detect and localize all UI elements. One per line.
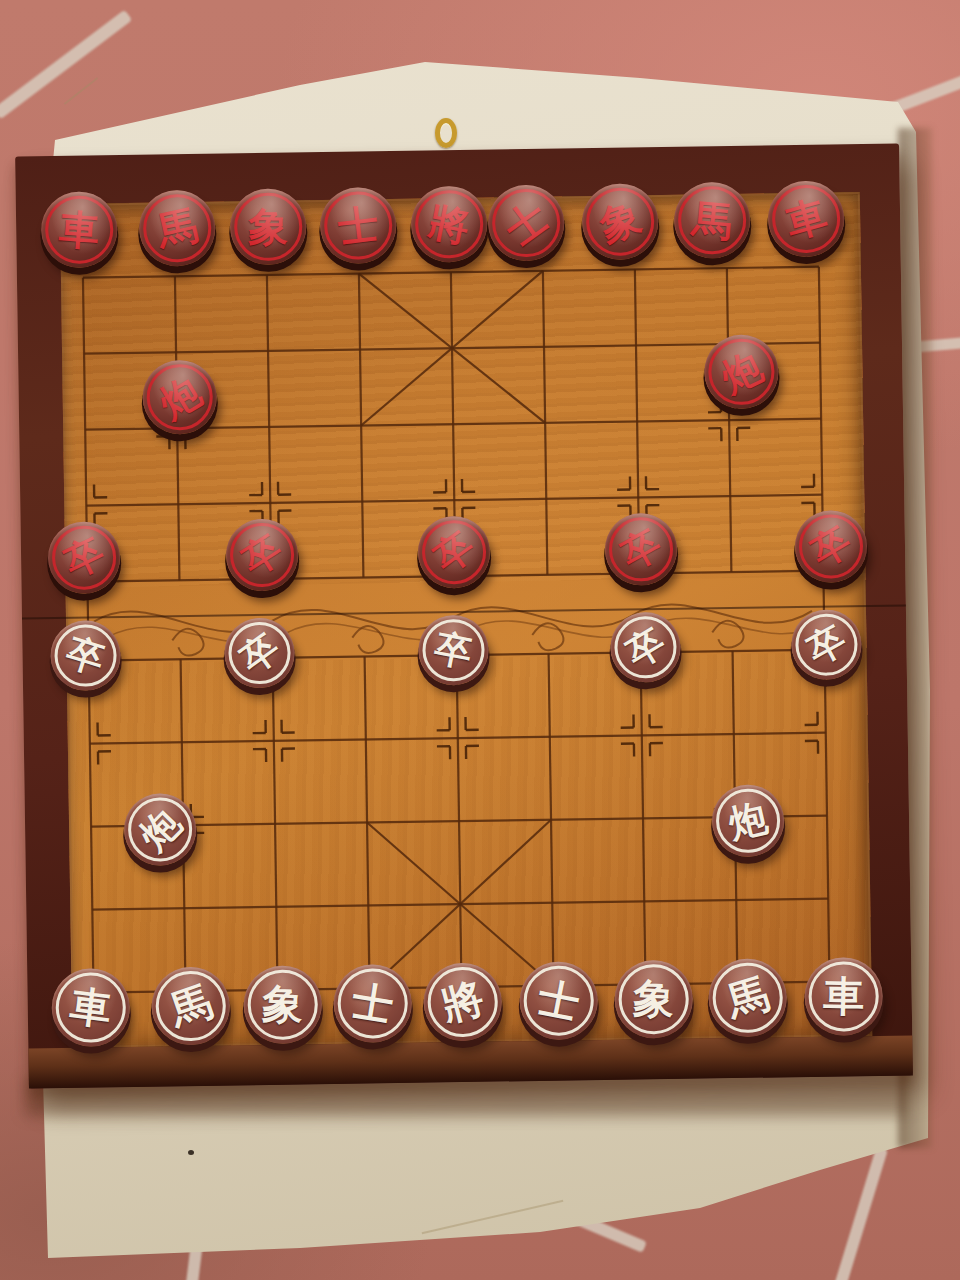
piece-red-elephant[interactable]: 象 [230, 188, 307, 265]
piece-white-chariot[interactable]: 車 [804, 957, 883, 1036]
xiangqi-board-frame: 車馬象士將士象馬車炮炮卒卒卒卒卒卒卒卒卒卒炮炮車馬象士將士象馬車 [15, 143, 913, 1088]
hanging-ring [435, 118, 457, 148]
piece-white-general[interactable]: 將 [423, 962, 502, 1041]
piece-red-cannon[interactable]: 炮 [704, 334, 779, 409]
piece-red-advisor[interactable]: 士 [488, 184, 565, 261]
photo-scene: { "game": "xiangqi (Chinese chess)", "po… [0, 0, 960, 1280]
piece-red-cannon[interactable]: 炮 [142, 360, 217, 435]
piece-white-soldier[interactable]: 卒 [418, 615, 489, 686]
piece-red-soldier[interactable]: 卒 [418, 516, 491, 589]
piece-white-advisor[interactable]: 士 [519, 961, 598, 1040]
paper-speck [188, 1150, 194, 1155]
piece-white-horse[interactable]: 馬 [708, 958, 787, 1037]
piece-white-horse[interactable]: 馬 [151, 967, 230, 1046]
piece-white-advisor[interactable]: 士 [333, 964, 412, 1043]
piece-white-soldier[interactable]: 卒 [224, 618, 295, 689]
piece-red-soldier[interactable]: 卒 [48, 521, 121, 594]
piece-red-soldier[interactable]: 卒 [794, 510, 867, 583]
paper-sheet-edge [64, 77, 98, 104]
piece-red-general[interactable]: 將 [411, 186, 488, 263]
piece-white-elephant[interactable]: 象 [614, 960, 693, 1039]
piece-white-soldier[interactable]: 卒 [791, 609, 862, 680]
piece-white-soldier[interactable]: 卒 [610, 612, 681, 683]
piece-red-advisor[interactable]: 士 [320, 187, 397, 264]
piece-red-elephant[interactable]: 象 [582, 183, 659, 260]
grout-line [834, 1146, 888, 1280]
piece-white-chariot[interactable]: 車 [51, 968, 130, 1047]
piece-red-horse[interactable]: 馬 [139, 190, 216, 267]
piece-red-chariot[interactable]: 車 [768, 180, 845, 257]
piece-red-chariot[interactable]: 車 [41, 191, 118, 268]
piece-white-elephant[interactable]: 象 [243, 965, 322, 1044]
piece-red-horse[interactable]: 馬 [674, 182, 751, 259]
piece-white-soldier[interactable]: 卒 [50, 620, 121, 691]
piece-red-soldier[interactable]: 卒 [605, 513, 678, 586]
piece-red-soldier[interactable]: 卒 [226, 518, 299, 591]
piece-white-cannon[interactable]: 炮 [712, 784, 785, 857]
